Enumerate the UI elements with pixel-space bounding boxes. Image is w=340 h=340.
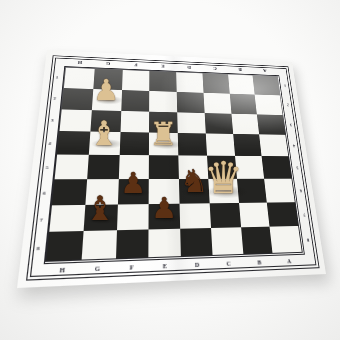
piece-shadow	[96, 96, 124, 105]
pieces-layer: ♟♝♜♛♞♟♟♝	[0, 0, 340, 340]
piece-shadow	[154, 213, 182, 222]
piece-white-bishop-g4: ♝	[89, 116, 119, 150]
piece-white-pawn-g2: ♟	[93, 76, 119, 105]
piece-black-pawn-f6: ♟	[120, 168, 146, 197]
piece-black-bishop-g7: ♝	[85, 191, 115, 225]
piece-shadow	[151, 140, 181, 150]
piece-black-knight-d6: ♞	[180, 165, 209, 197]
piece-shadow	[182, 187, 212, 197]
piece-white-rook-e4: ♜	[149, 118, 178, 150]
piece-black-pawn-e7: ♟	[151, 194, 177, 223]
piece-shadow	[91, 139, 123, 149]
piece-white-queen-c6: ♛	[204, 156, 243, 200]
piece-shadow	[122, 188, 150, 197]
piece-shadow	[206, 185, 248, 198]
product-photo: HGFEDCBAHGFEDCBA1234567812345678 ♟♝♜♛♞♟♟…	[0, 0, 340, 340]
piece-shadow	[87, 214, 119, 224]
